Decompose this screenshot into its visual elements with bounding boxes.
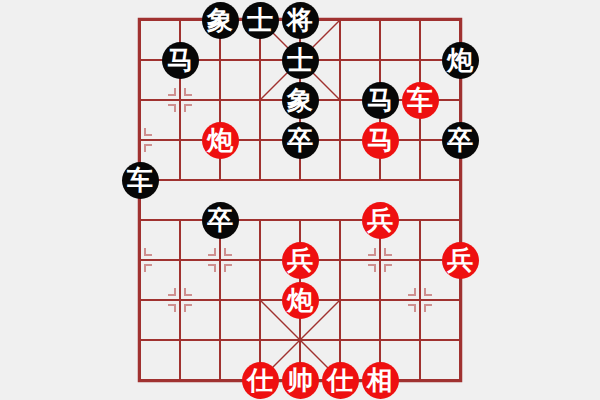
piece-red-soldier[interactable]: 兵 — [362, 202, 399, 239]
piece-black-chariot[interactable]: 车 — [122, 162, 159, 199]
piece-red-advisor[interactable]: 仕 — [242, 362, 279, 399]
piece-black-soldier[interactable]: 卒 — [202, 202, 239, 239]
piece-red-advisor[interactable]: 仕 — [322, 362, 359, 399]
piece-red-elephant[interactable]: 相 — [362, 362, 399, 399]
piece-black-soldier[interactable]: 卒 — [442, 122, 479, 159]
piece-red-cannon[interactable]: 炮 — [202, 122, 239, 159]
piece-black-elephant[interactable]: 象 — [202, 2, 239, 39]
xiangqi-board: 象士将马士炮象马车炮卒马卒车卒兵兵兵炮仕帅仕相 — [0, 0, 600, 400]
piece-red-chariot[interactable]: 车 — [402, 82, 439, 119]
piece-black-general[interactable]: 将 — [282, 2, 319, 39]
piece-black-soldier[interactable]: 卒 — [282, 122, 319, 159]
piece-red-horse[interactable]: 马 — [362, 122, 399, 159]
piece-red-soldier[interactable]: 兵 — [442, 242, 479, 279]
piece-black-advisor[interactable]: 士 — [282, 42, 319, 79]
piece-black-cannon[interactable]: 炮 — [442, 42, 479, 79]
piece-black-elephant[interactable]: 象 — [282, 82, 319, 119]
piece-red-general[interactable]: 帅 — [282, 362, 319, 399]
piece-red-soldier[interactable]: 兵 — [282, 242, 319, 279]
piece-black-horse[interactable]: 马 — [362, 82, 399, 119]
piece-black-advisor[interactable]: 士 — [242, 2, 279, 39]
piece-red-cannon[interactable]: 炮 — [282, 282, 319, 319]
piece-black-horse[interactable]: 马 — [162, 42, 199, 79]
